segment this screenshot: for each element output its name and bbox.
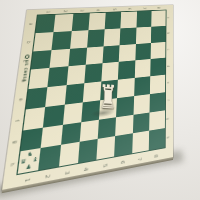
coordinate-label-left-g: g <box>11 140 17 144</box>
square-h6 <box>114 134 132 157</box>
square-e6 <box>117 78 134 98</box>
square-b2 <box>52 31 71 50</box>
square-b3 <box>70 30 89 48</box>
square-b4 <box>87 29 105 47</box>
brand-logo-icon <box>24 54 30 58</box>
square-a8 <box>151 10 166 26</box>
coordinate-label-right-a: a <box>167 17 170 19</box>
square-a5 <box>105 12 122 29</box>
square-d1 <box>28 68 49 89</box>
square-h8 <box>149 128 165 150</box>
square-c2 <box>50 48 70 68</box>
square-e8 <box>150 75 166 94</box>
coordinate-label-right-f: f <box>166 100 170 102</box>
coordinate-label-right-c: c <box>166 48 169 50</box>
square-d2 <box>48 66 68 87</box>
coordinate-label-top-8: 8 <box>156 7 160 9</box>
corner-four-pieces-logo-icon: ♞ ♛ ♝ ♟ <box>19 149 40 172</box>
coordinate-label-right-d: d <box>166 65 169 67</box>
square-b7 <box>135 27 151 44</box>
square-e7 <box>134 76 150 96</box>
square-c8 <box>150 42 165 60</box>
square-h3 <box>58 142 79 166</box>
coordinate-label-bottom-5: 5 <box>102 164 107 168</box>
coordinate-label-top-4: 4 <box>95 9 99 11</box>
square-a6 <box>121 11 137 28</box>
coordinate-label-top-6: 6 <box>127 8 131 10</box>
coordinate-label-bottom-6: 6 <box>120 160 125 164</box>
chess-board: US CHESS ♞ ♛ ♝ ♟ 1234567812345678abcdefg… <box>2 5 173 191</box>
square-d7 <box>134 59 150 78</box>
square-a3 <box>71 13 89 31</box>
square-b1 <box>33 32 53 51</box>
square-b6 <box>120 27 136 44</box>
coordinate-label-bottom-2: 2 <box>44 174 50 179</box>
coordinate-label-top-5: 5 <box>111 8 115 10</box>
coordinate-label-bottom-1: 1 <box>23 178 29 183</box>
coordinate-label-top-3: 3 <box>79 10 84 12</box>
coordinate-label-left-b: b <box>25 41 30 44</box>
square-a1 <box>36 15 56 33</box>
logo-bishop-icon: ♝ <box>32 157 38 164</box>
square-a7 <box>136 11 151 27</box>
square-d8 <box>150 58 165 76</box>
square-c5 <box>102 45 119 64</box>
logo-pawn-icon: ♟ <box>25 164 32 171</box>
square-a4 <box>88 13 105 30</box>
coordinate-label-top-1: 1 <box>44 11 49 14</box>
coordinate-label-bottom-7: 7 <box>137 157 142 161</box>
square-b5 <box>104 28 121 46</box>
square-d6 <box>118 61 135 80</box>
coordinate-label-right-g: g <box>166 117 170 120</box>
square-a2 <box>54 14 73 32</box>
square-h4 <box>78 139 98 163</box>
coordinate-label-right-h: h <box>166 136 170 139</box>
square-c4 <box>85 46 103 65</box>
square-b8 <box>151 26 166 43</box>
square-c3 <box>68 47 87 66</box>
photo-scene: US CHESS ♞ ♛ ♝ ♟ 1234567812345678abcdefg… <box>0 0 200 200</box>
coordinate-label-top-7: 7 <box>142 7 146 9</box>
brand-text: US CHESS <box>22 59 29 82</box>
square-h5 <box>96 136 115 159</box>
coordinate-label-left-a: a <box>27 23 32 26</box>
coordinate-label-bottom-8: 8 <box>154 154 159 158</box>
square-h7 <box>132 131 149 153</box>
coordinate-label-left-h: h <box>8 162 14 166</box>
coordinate-label-top-2: 2 <box>62 10 67 12</box>
square-c1 <box>31 50 52 70</box>
square-c7 <box>135 43 151 61</box>
square-h2 <box>38 145 60 170</box>
white-rook-piece: ♜ <box>99 79 113 117</box>
coordinate-label-right-e: e <box>166 82 169 84</box>
coordinate-label-bottom-4: 4 <box>83 167 89 171</box>
coordinate-label-bottom-3: 3 <box>64 171 70 175</box>
coordinate-label-right-b: b <box>167 32 170 34</box>
square-d3 <box>66 65 85 85</box>
coordinate-label-left-f: f <box>13 120 19 122</box>
square-c6 <box>119 44 136 62</box>
